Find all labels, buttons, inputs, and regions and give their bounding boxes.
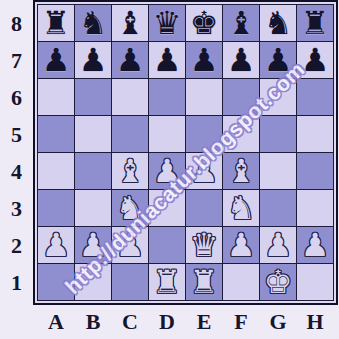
square-f2[interactable]: ♟: [223, 227, 259, 263]
square-b7[interactable]: ♟: [75, 42, 111, 78]
white-pawn-g2: ♟: [260, 227, 296, 263]
square-c1[interactable]: [112, 264, 148, 300]
rank-label-6: 6: [0, 79, 33, 116]
file-label-g: G: [260, 305, 296, 339]
square-a5[interactable]: [38, 116, 74, 152]
square-f1[interactable]: [223, 264, 259, 300]
white-queen-e2: ♛: [186, 227, 222, 263]
square-a4[interactable]: [38, 153, 74, 189]
file-label-h: H: [297, 305, 333, 339]
square-e1[interactable]: ♜: [186, 264, 222, 300]
square-b4[interactable]: [75, 153, 111, 189]
square-f7[interactable]: ♟: [223, 42, 259, 78]
square-d3[interactable]: [149, 190, 185, 226]
square-c8[interactable]: ♝: [112, 5, 148, 41]
square-h2[interactable]: ♟: [297, 227, 333, 263]
square-g2[interactable]: ♟: [260, 227, 296, 263]
square-d7[interactable]: ♟: [149, 42, 185, 78]
black-pawn-h7: ♟: [297, 42, 333, 78]
square-c2[interactable]: ♟: [112, 227, 148, 263]
white-pawn-e4: ♟: [186, 153, 222, 189]
square-c5[interactable]: [112, 116, 148, 152]
white-rook-e1: ♜: [186, 264, 222, 300]
square-g6[interactable]: [260, 79, 296, 115]
square-d4[interactable]: ♟: [149, 153, 185, 189]
square-g1[interactable]: ♚: [260, 264, 296, 300]
white-pawn-f2: ♟: [223, 227, 259, 263]
square-a8[interactable]: ♜: [38, 5, 74, 41]
black-pawn-c7: ♟: [112, 42, 148, 78]
square-d5[interactable]: [149, 116, 185, 152]
square-f8[interactable]: ♝: [223, 5, 259, 41]
square-e8[interactable]: ♚: [186, 5, 222, 41]
square-d6[interactable]: [149, 79, 185, 115]
white-rook-d1: ♜: [149, 264, 185, 300]
square-a1[interactable]: [38, 264, 74, 300]
square-c7[interactable]: ♟: [112, 42, 148, 78]
white-bishop-f4: ♝: [223, 153, 259, 189]
square-h1[interactable]: [297, 264, 333, 300]
black-pawn-g7: ♟: [260, 42, 296, 78]
square-c3[interactable]: ♞: [112, 190, 148, 226]
black-rook-a8: ♜: [38, 5, 74, 41]
square-h6[interactable]: [297, 79, 333, 115]
white-king-g1: ♚: [260, 264, 296, 300]
file-label-f: F: [223, 305, 259, 339]
square-h5[interactable]: [297, 116, 333, 152]
black-pawn-a7: ♟: [38, 42, 74, 78]
square-e6[interactable]: [186, 79, 222, 115]
white-knight-f3: ♞: [223, 190, 259, 226]
square-b8[interactable]: ♞: [75, 5, 111, 41]
square-b3[interactable]: [75, 190, 111, 226]
square-f3[interactable]: ♞: [223, 190, 259, 226]
black-rook-h8: ♜: [297, 5, 333, 41]
square-g3[interactable]: [260, 190, 296, 226]
black-bishop-f8: ♝: [223, 5, 259, 41]
square-g8[interactable]: ♞: [260, 5, 296, 41]
chess-board: ♜♞♝♛♚♝♞♜♟♟♟♟♟♟♟♟♝♟♟♝♞♞♟♟♟♛♟♟♟♜♜♚: [37, 4, 334, 301]
square-h4[interactable]: [297, 153, 333, 189]
square-f6[interactable]: [223, 79, 259, 115]
board-frame: ♜♞♝♛♚♝♞♜♟♟♟♟♟♟♟♟♝♟♟♝♞♞♟♟♟♛♟♟♟♜♜♚: [33, 0, 338, 305]
square-h7[interactable]: ♟: [297, 42, 333, 78]
square-b6[interactable]: [75, 79, 111, 115]
square-c6[interactable]: [112, 79, 148, 115]
black-king-e8: ♚: [186, 5, 222, 41]
rank-label-7: 7: [0, 42, 33, 79]
square-h8[interactable]: ♜: [297, 5, 333, 41]
rank-label-1: 1: [0, 264, 33, 301]
rank-label-5: 5: [0, 116, 33, 153]
square-b1[interactable]: [75, 264, 111, 300]
white-bishop-c4: ♝: [112, 153, 148, 189]
black-pawn-b7: ♟: [75, 42, 111, 78]
black-pawn-d7: ♟: [149, 42, 185, 78]
file-label-a: A: [38, 305, 74, 339]
file-label-b: B: [75, 305, 111, 339]
rank-label-8: 8: [0, 5, 33, 42]
square-g5[interactable]: [260, 116, 296, 152]
black-queen-d8: ♛: [149, 5, 185, 41]
white-pawn-b2: ♟: [75, 227, 111, 263]
square-b2[interactable]: ♟: [75, 227, 111, 263]
square-e3[interactable]: [186, 190, 222, 226]
square-e7[interactable]: ♟: [186, 42, 222, 78]
square-f4[interactable]: ♝: [223, 153, 259, 189]
chess-diagram: ♜♞♝♛♚♝♞♜♟♟♟♟♟♟♟♟♝♟♟♝♞♞♟♟♟♛♟♟♟♜♜♚ 8765432…: [0, 0, 339, 339]
square-d2[interactable]: [149, 227, 185, 263]
black-pawn-f7: ♟: [223, 42, 259, 78]
black-knight-g8: ♞: [260, 5, 296, 41]
square-a3[interactable]: [38, 190, 74, 226]
white-pawn-d4: ♟: [149, 153, 185, 189]
square-a7[interactable]: ♟: [38, 42, 74, 78]
white-knight-c3: ♞: [112, 190, 148, 226]
white-pawn-c2: ♟: [112, 227, 148, 263]
square-e2[interactable]: ♛: [186, 227, 222, 263]
file-label-d: D: [149, 305, 185, 339]
square-b5[interactable]: [75, 116, 111, 152]
square-f5[interactable]: [223, 116, 259, 152]
file-label-c: C: [112, 305, 148, 339]
square-h3[interactable]: [297, 190, 333, 226]
square-g7[interactable]: ♟: [260, 42, 296, 78]
square-c4[interactable]: ♝: [112, 153, 148, 189]
rank-label-3: 3: [0, 190, 33, 227]
black-pawn-e7: ♟: [186, 42, 222, 78]
rank-label-4: 4: [0, 153, 33, 190]
white-pawn-a2: ♟: [38, 227, 74, 263]
square-a2[interactable]: ♟: [38, 227, 74, 263]
square-a6[interactable]: [38, 79, 74, 115]
square-e5[interactable]: [186, 116, 222, 152]
black-bishop-c8: ♝: [112, 5, 148, 41]
square-g4[interactable]: [260, 153, 296, 189]
rank-label-2: 2: [0, 227, 33, 264]
square-d8[interactable]: ♛: [149, 5, 185, 41]
square-d1[interactable]: ♜: [149, 264, 185, 300]
black-knight-b8: ♞: [75, 5, 111, 41]
square-e4[interactable]: ♟: [186, 153, 222, 189]
file-label-e: E: [186, 305, 222, 339]
white-pawn-h2: ♟: [297, 227, 333, 263]
